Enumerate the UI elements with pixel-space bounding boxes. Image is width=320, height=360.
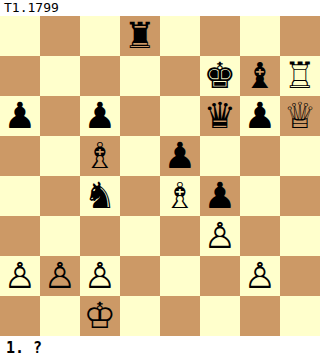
- white-pawn-icon: ♙: [40, 256, 80, 296]
- white-queen-icon: ♕: [280, 96, 320, 136]
- square-d5[interactable]: [120, 136, 160, 176]
- square-a1[interactable]: [0, 296, 40, 336]
- black-pawn-icon: ♟: [200, 176, 240, 216]
- square-e8[interactable]: [160, 16, 200, 56]
- square-g6[interactable]: ♟: [240, 96, 280, 136]
- square-d8[interactable]: ♜: [120, 16, 160, 56]
- square-c6[interactable]: ♟: [80, 96, 120, 136]
- square-c3[interactable]: [80, 216, 120, 256]
- square-c5[interactable]: ♗: [80, 136, 120, 176]
- square-a4[interactable]: [0, 176, 40, 216]
- square-g1[interactable]: [240, 296, 280, 336]
- square-f5[interactable]: [200, 136, 240, 176]
- square-g5[interactable]: [240, 136, 280, 176]
- square-c2[interactable]: ♙: [80, 256, 120, 296]
- square-c1[interactable]: ♔: [80, 296, 120, 336]
- white-king-icon: ♔: [80, 296, 120, 336]
- square-b8[interactable]: [40, 16, 80, 56]
- square-b6[interactable]: [40, 96, 80, 136]
- square-e7[interactable]: [160, 56, 200, 96]
- square-c4[interactable]: ♞: [80, 176, 120, 216]
- white-pawn-icon: ♙: [200, 216, 240, 256]
- chess-puzzle-page: T1.1799 ♜♚♝♖♟♟♛♟♕♗♟♞♗♟♙♙♙♙♙♔ 1. ?: [0, 0, 320, 360]
- square-g2[interactable]: ♙: [240, 256, 280, 296]
- black-pawn-icon: ♟: [80, 96, 120, 136]
- square-h6[interactable]: ♕: [280, 96, 320, 136]
- white-pawn-icon: ♙: [80, 256, 120, 296]
- square-f7[interactable]: ♚: [200, 56, 240, 96]
- square-d3[interactable]: [120, 216, 160, 256]
- square-e6[interactable]: [160, 96, 200, 136]
- square-f1[interactable]: [200, 296, 240, 336]
- square-f6[interactable]: ♛: [200, 96, 240, 136]
- black-queen-icon: ♛: [200, 96, 240, 136]
- black-pawn-icon: ♟: [0, 96, 40, 136]
- square-h3[interactable]: [280, 216, 320, 256]
- black-rook-icon: ♜: [120, 16, 160, 56]
- square-d2[interactable]: [120, 256, 160, 296]
- square-b3[interactable]: [40, 216, 80, 256]
- square-g7[interactable]: ♝: [240, 56, 280, 96]
- square-d4[interactable]: [120, 176, 160, 216]
- square-h7[interactable]: ♖: [280, 56, 320, 96]
- square-h5[interactable]: [280, 136, 320, 176]
- square-e3[interactable]: [160, 216, 200, 256]
- square-b1[interactable]: [40, 296, 80, 336]
- black-king-icon: ♚: [200, 56, 240, 96]
- square-d7[interactable]: [120, 56, 160, 96]
- chess-board: ♜♚♝♖♟♟♛♟♕♗♟♞♗♟♙♙♙♙♙♔: [0, 16, 320, 336]
- square-h4[interactable]: [280, 176, 320, 216]
- black-pawn-icon: ♟: [240, 96, 280, 136]
- square-h2[interactable]: [280, 256, 320, 296]
- square-a2[interactable]: ♙: [0, 256, 40, 296]
- square-g8[interactable]: [240, 16, 280, 56]
- white-pawn-icon: ♙: [0, 256, 40, 296]
- square-f3[interactable]: ♙: [200, 216, 240, 256]
- white-bishop-icon: ♗: [160, 176, 200, 216]
- square-b2[interactable]: ♙: [40, 256, 80, 296]
- square-f8[interactable]: [200, 16, 240, 56]
- square-d1[interactable]: [120, 296, 160, 336]
- square-a6[interactable]: ♟: [0, 96, 40, 136]
- square-e5[interactable]: ♟: [160, 136, 200, 176]
- square-a8[interactable]: [0, 16, 40, 56]
- square-h1[interactable]: [280, 296, 320, 336]
- black-knight-icon: ♞: [80, 176, 120, 216]
- puzzle-id: T1.1799: [0, 0, 320, 16]
- square-c8[interactable]: [80, 16, 120, 56]
- move-prompt: 1. ?: [0, 336, 320, 360]
- square-c7[interactable]: [80, 56, 120, 96]
- square-a3[interactable]: [0, 216, 40, 256]
- square-b4[interactable]: [40, 176, 80, 216]
- black-bishop-icon: ♝: [240, 56, 280, 96]
- square-h8[interactable]: [280, 16, 320, 56]
- white-rook-icon: ♖: [280, 56, 320, 96]
- square-b7[interactable]: [40, 56, 80, 96]
- square-f2[interactable]: [200, 256, 240, 296]
- square-a7[interactable]: [0, 56, 40, 96]
- square-e4[interactable]: ♗: [160, 176, 200, 216]
- square-a5[interactable]: [0, 136, 40, 176]
- square-b5[interactable]: [40, 136, 80, 176]
- square-f4[interactable]: ♟: [200, 176, 240, 216]
- square-e1[interactable]: [160, 296, 200, 336]
- black-pawn-icon: ♟: [160, 136, 200, 176]
- white-bishop-icon: ♗: [80, 136, 120, 176]
- square-g4[interactable]: [240, 176, 280, 216]
- square-d6[interactable]: [120, 96, 160, 136]
- white-pawn-icon: ♙: [240, 256, 280, 296]
- square-g3[interactable]: [240, 216, 280, 256]
- square-e2[interactable]: [160, 256, 200, 296]
